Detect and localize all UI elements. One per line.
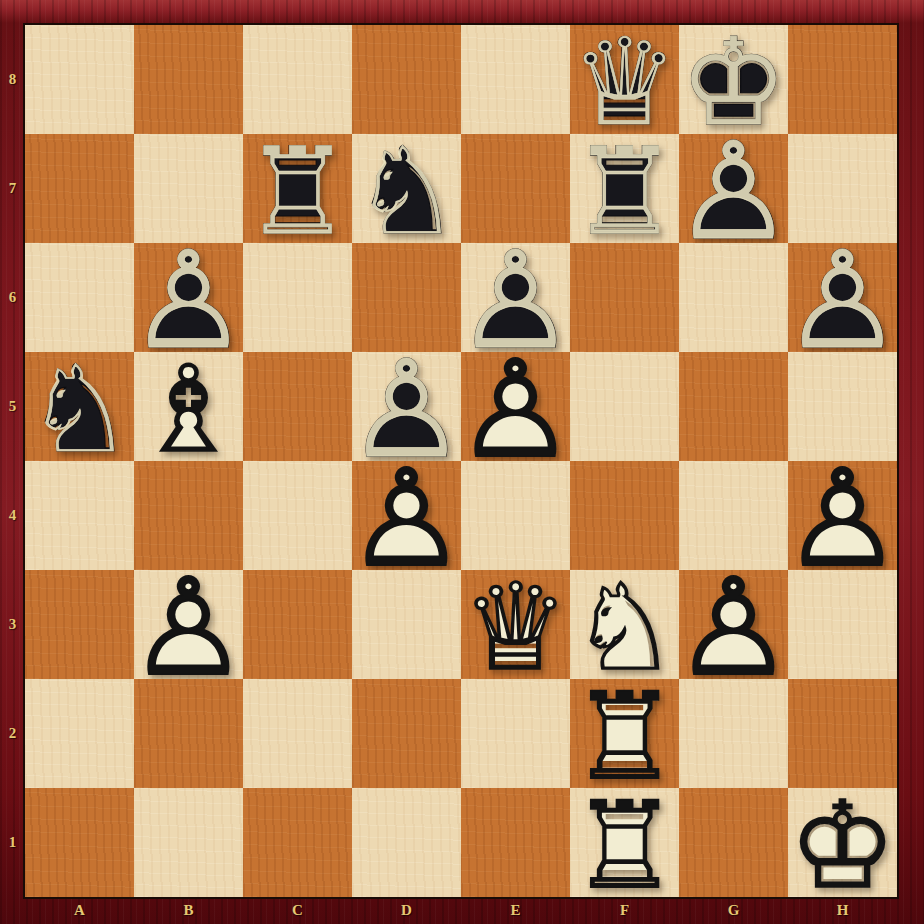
white-pawn-outline-icon: ♙ bbox=[127, 566, 249, 688]
square-b1[interactable] bbox=[134, 788, 243, 897]
file-label-a: A bbox=[25, 897, 134, 924]
square-d4[interactable]: ♟♙ bbox=[352, 461, 461, 570]
square-g2[interactable] bbox=[679, 679, 788, 788]
white-queen-outline-icon: ♕ bbox=[461, 573, 570, 682]
square-c4[interactable] bbox=[243, 461, 352, 570]
square-a2[interactable] bbox=[25, 679, 134, 788]
black-queen-outline-icon: ♕ bbox=[570, 28, 679, 137]
square-a5[interactable]: ♞♘ bbox=[25, 352, 134, 461]
piece-white-pawn-b3[interactable]: ♟♙ bbox=[134, 570, 243, 679]
piece-white-rook-f1[interactable]: ♜♖ bbox=[570, 788, 679, 897]
square-g5[interactable] bbox=[679, 352, 788, 461]
piece-black-knight-a5[interactable]: ♞♘ bbox=[25, 352, 134, 461]
square-d7[interactable]: ♞♘ bbox=[352, 134, 461, 243]
white-rook-outline-icon: ♖ bbox=[570, 682, 679, 791]
piece-white-pawn-h4[interactable]: ♟♙ bbox=[788, 461, 897, 570]
square-a7[interactable] bbox=[25, 134, 134, 243]
white-pawn-outline-icon: ♙ bbox=[781, 457, 903, 579]
piece-white-pawn-g3[interactable]: ♟♙ bbox=[679, 570, 788, 679]
square-c3[interactable] bbox=[243, 570, 352, 679]
chess-board: ♛♕♚♔♜♖♞♘♜♖♟♙♟♙♟♙♟♙♞♘♝♗♟♙♟♙♟♙♟♙♟♙♛♕♞♘♟♙♜♖… bbox=[25, 25, 897, 897]
square-h8[interactable] bbox=[788, 25, 897, 134]
square-a4[interactable] bbox=[25, 461, 134, 570]
file-label-e: E bbox=[461, 897, 570, 924]
square-e5[interactable]: ♟♙ bbox=[461, 352, 570, 461]
square-f3[interactable]: ♞♘ bbox=[570, 570, 679, 679]
rank-label-4: 4 bbox=[0, 461, 25, 570]
piece-black-rook-c7[interactable]: ♜♖ bbox=[243, 134, 352, 243]
rank-label-1: 1 bbox=[0, 788, 25, 897]
rank-label-5: 5 bbox=[0, 352, 25, 461]
square-c5[interactable] bbox=[243, 352, 352, 461]
black-knight-outline-icon: ♘ bbox=[352, 137, 461, 246]
black-pawn-outline-icon: ♙ bbox=[672, 130, 794, 252]
square-b2[interactable] bbox=[134, 679, 243, 788]
square-c6[interactable] bbox=[243, 243, 352, 352]
piece-white-rook-f2[interactable]: ♜♖ bbox=[570, 679, 679, 788]
square-h1[interactable]: ♚♔ bbox=[788, 788, 897, 897]
rank-label-8: 8 bbox=[0, 25, 25, 134]
square-d8[interactable] bbox=[352, 25, 461, 134]
square-a8[interactable] bbox=[25, 25, 134, 134]
black-rook-outline-icon: ♖ bbox=[570, 137, 679, 246]
board-border-line: ♛♕♚♔♜♖♞♘♜♖♟♙♟♙♟♙♟♙♞♘♝♗♟♙♟♙♟♙♟♙♟♙♛♕♞♘♟♙♜♖… bbox=[25, 25, 897, 897]
rank-label-7: 7 bbox=[0, 134, 25, 243]
file-label-b: B bbox=[134, 897, 243, 924]
square-c8[interactable] bbox=[243, 25, 352, 134]
square-c7[interactable]: ♜♖ bbox=[243, 134, 352, 243]
file-label-c: C bbox=[243, 897, 352, 924]
white-rook-outline-icon: ♖ bbox=[570, 791, 679, 900]
rank-label-6: 6 bbox=[0, 243, 25, 352]
rank-label-3: 3 bbox=[0, 570, 25, 679]
square-b5[interactable]: ♝♗ bbox=[134, 352, 243, 461]
square-f5[interactable] bbox=[570, 352, 679, 461]
square-e8[interactable] bbox=[461, 25, 570, 134]
file-label-g: G bbox=[679, 897, 788, 924]
square-g1[interactable] bbox=[679, 788, 788, 897]
square-g6[interactable] bbox=[679, 243, 788, 352]
white-knight-outline-icon: ♘ bbox=[570, 573, 679, 682]
square-e1[interactable] bbox=[461, 788, 570, 897]
square-g3[interactable]: ♟♙ bbox=[679, 570, 788, 679]
square-c2[interactable] bbox=[243, 679, 352, 788]
piece-black-pawn-b6[interactable]: ♟♙ bbox=[134, 243, 243, 352]
square-h3[interactable] bbox=[788, 570, 897, 679]
square-f4[interactable] bbox=[570, 461, 679, 570]
square-e3[interactable]: ♛♕ bbox=[461, 570, 570, 679]
square-h6[interactable]: ♟♙ bbox=[788, 243, 897, 352]
square-f8[interactable]: ♛♕ bbox=[570, 25, 679, 134]
black-rook-outline-icon: ♖ bbox=[243, 137, 352, 246]
square-c1[interactable] bbox=[243, 788, 352, 897]
white-bishop-outline-icon: ♗ bbox=[134, 355, 243, 464]
square-a3[interactable] bbox=[25, 570, 134, 679]
piece-white-knight-f3[interactable]: ♞♘ bbox=[570, 570, 679, 679]
square-h2[interactable] bbox=[788, 679, 897, 788]
square-d2[interactable] bbox=[352, 679, 461, 788]
square-f7[interactable]: ♜♖ bbox=[570, 134, 679, 243]
white-pawn-outline-icon: ♙ bbox=[672, 566, 794, 688]
piece-white-king-h1[interactable]: ♚♔ bbox=[788, 788, 897, 897]
black-knight-outline-icon: ♘ bbox=[25, 355, 134, 464]
square-b6[interactable]: ♟♙ bbox=[134, 243, 243, 352]
square-d1[interactable] bbox=[352, 788, 461, 897]
piece-white-queen-e3[interactable]: ♛♕ bbox=[461, 570, 570, 679]
chessboard-frame: 87654321 ABCDEFGH ♛♕♚♔♜♖♞♘♜♖♟♙♟♙♟♙♟♙♞♘♝♗… bbox=[0, 0, 924, 924]
piece-black-pawn-h6[interactable]: ♟♙ bbox=[788, 243, 897, 352]
square-e4[interactable] bbox=[461, 461, 570, 570]
rank-label-2: 2 bbox=[0, 679, 25, 788]
piece-black-pawn-g7[interactable]: ♟♙ bbox=[679, 134, 788, 243]
square-h4[interactable]: ♟♙ bbox=[788, 461, 897, 570]
piece-white-bishop-b5[interactable]: ♝♗ bbox=[134, 352, 243, 461]
rank-labels: 87654321 bbox=[0, 25, 25, 897]
file-labels: ABCDEFGH bbox=[25, 897, 897, 924]
file-label-d: D bbox=[352, 897, 461, 924]
black-pawn-outline-icon: ♙ bbox=[781, 239, 903, 361]
white-king-outline-icon: ♔ bbox=[788, 791, 897, 900]
square-a6[interactable] bbox=[25, 243, 134, 352]
white-pawn-outline-icon: ♙ bbox=[454, 348, 576, 470]
square-f2[interactable]: ♜♖ bbox=[570, 679, 679, 788]
square-g7[interactable]: ♟♙ bbox=[679, 134, 788, 243]
piece-black-rook-f7[interactable]: ♜♖ bbox=[570, 134, 679, 243]
square-e2[interactable] bbox=[461, 679, 570, 788]
white-pawn-outline-icon: ♙ bbox=[345, 457, 467, 579]
square-b3[interactable]: ♟♙ bbox=[134, 570, 243, 679]
square-f6[interactable] bbox=[570, 243, 679, 352]
square-f1[interactable]: ♜♖ bbox=[570, 788, 679, 897]
square-d3[interactable] bbox=[352, 570, 461, 679]
piece-white-pawn-d4[interactable]: ♟♙ bbox=[352, 461, 461, 570]
piece-white-pawn-e5[interactable]: ♟♙ bbox=[461, 352, 570, 461]
square-b8[interactable] bbox=[134, 25, 243, 134]
piece-black-queen-f8[interactable]: ♛♕ bbox=[570, 25, 679, 134]
square-a1[interactable] bbox=[25, 788, 134, 897]
piece-black-knight-d7[interactable]: ♞♘ bbox=[352, 134, 461, 243]
